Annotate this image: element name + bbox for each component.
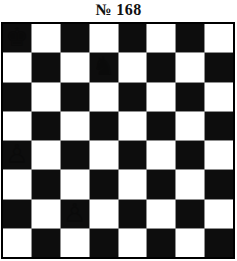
square-h2[interactable]	[205, 200, 233, 228]
square-g1[interactable]	[176, 229, 204, 257]
square-a6[interactable]	[3, 83, 31, 111]
white-pawn-piece[interactable]: ♙	[5, 141, 28, 167]
square-d2[interactable]	[90, 200, 118, 228]
square-f4[interactable]	[147, 141, 175, 169]
square-b3[interactable]	[32, 170, 60, 198]
square-c5[interactable]	[61, 112, 89, 140]
square-g4[interactable]	[176, 141, 204, 169]
square-b8[interactable]	[32, 24, 60, 52]
white-pawn-piece[interactable]: ♙	[63, 200, 86, 226]
square-h8[interactable]	[205, 24, 233, 52]
square-e2[interactable]	[119, 200, 147, 228]
puzzle-number-title: № 168	[0, 0, 237, 20]
chess-puzzle-page: № 168 ♚♙♙♞♙♖♙♜♚	[0, 0, 237, 261]
square-d5[interactable]	[90, 112, 118, 140]
square-h5[interactable]	[205, 112, 233, 140]
square-e1[interactable]: ♚	[119, 229, 147, 257]
square-g6[interactable]	[176, 83, 204, 111]
square-e3[interactable]	[119, 170, 147, 198]
square-d6[interactable]	[90, 83, 118, 111]
square-h4[interactable]	[205, 141, 233, 169]
chess-board: ♚♙♙♞♙♖♙♜♚	[1, 22, 235, 259]
square-c4[interactable]	[61, 141, 89, 169]
square-f1[interactable]	[147, 229, 175, 257]
square-d7[interactable]: ♞	[90, 53, 118, 81]
square-c6[interactable]	[61, 83, 89, 111]
square-g5[interactable]	[176, 112, 204, 140]
square-g3[interactable]	[176, 170, 204, 198]
square-g2[interactable]	[176, 200, 204, 228]
black-pawn-piece[interactable]: ♙	[5, 53, 28, 79]
square-d8[interactable]	[90, 24, 118, 52]
square-f7[interactable]	[147, 53, 175, 81]
square-a4[interactable]: ♙	[3, 141, 31, 169]
square-e5[interactable]	[119, 112, 147, 140]
square-c2[interactable]: ♙	[61, 200, 89, 228]
square-g7[interactable]	[176, 53, 204, 81]
square-b4[interactable]	[32, 141, 60, 169]
square-c8[interactable]	[61, 24, 89, 52]
square-d3[interactable]	[90, 170, 118, 198]
square-h1[interactable]	[205, 229, 233, 257]
square-a2[interactable]	[3, 200, 31, 228]
square-f8[interactable]	[147, 24, 175, 52]
square-h3[interactable]	[205, 170, 233, 198]
square-f5[interactable]	[147, 112, 175, 140]
square-b2[interactable]: ♖	[32, 200, 60, 228]
square-c7[interactable]: ♙	[61, 53, 89, 81]
square-b7[interactable]	[32, 53, 60, 81]
square-a5[interactable]	[3, 112, 31, 140]
black-rook-piece[interactable]: ♖	[34, 200, 57, 226]
square-b6[interactable]	[32, 83, 60, 111]
square-a8[interactable]: ♚	[3, 24, 31, 52]
square-h7[interactable]	[205, 53, 233, 81]
white-king-piece[interactable]: ♚	[121, 229, 144, 255]
square-h6[interactable]	[205, 83, 233, 111]
square-e4[interactable]	[119, 141, 147, 169]
square-g8[interactable]	[176, 24, 204, 52]
black-knight-piece[interactable]: ♞	[92, 53, 115, 79]
square-d4[interactable]	[90, 141, 118, 169]
square-a3[interactable]	[3, 170, 31, 198]
square-c1[interactable]	[61, 229, 89, 257]
white-rook-piece[interactable]: ♜	[5, 229, 28, 255]
square-e6[interactable]	[119, 83, 147, 111]
square-f6[interactable]	[147, 83, 175, 111]
square-a1[interactable]: ♜	[3, 229, 31, 257]
black-king-piece[interactable]: ♚	[5, 24, 28, 50]
square-c3[interactable]	[61, 170, 89, 198]
square-b1[interactable]	[32, 229, 60, 257]
square-f3[interactable]	[147, 170, 175, 198]
square-b5[interactable]	[32, 112, 60, 140]
square-a7[interactable]: ♙	[3, 53, 31, 81]
square-e7[interactable]	[119, 53, 147, 81]
square-e8[interactable]	[119, 24, 147, 52]
square-d1[interactable]	[90, 229, 118, 257]
black-pawn-piece[interactable]: ♙	[63, 53, 86, 79]
square-f2[interactable]	[147, 200, 175, 228]
